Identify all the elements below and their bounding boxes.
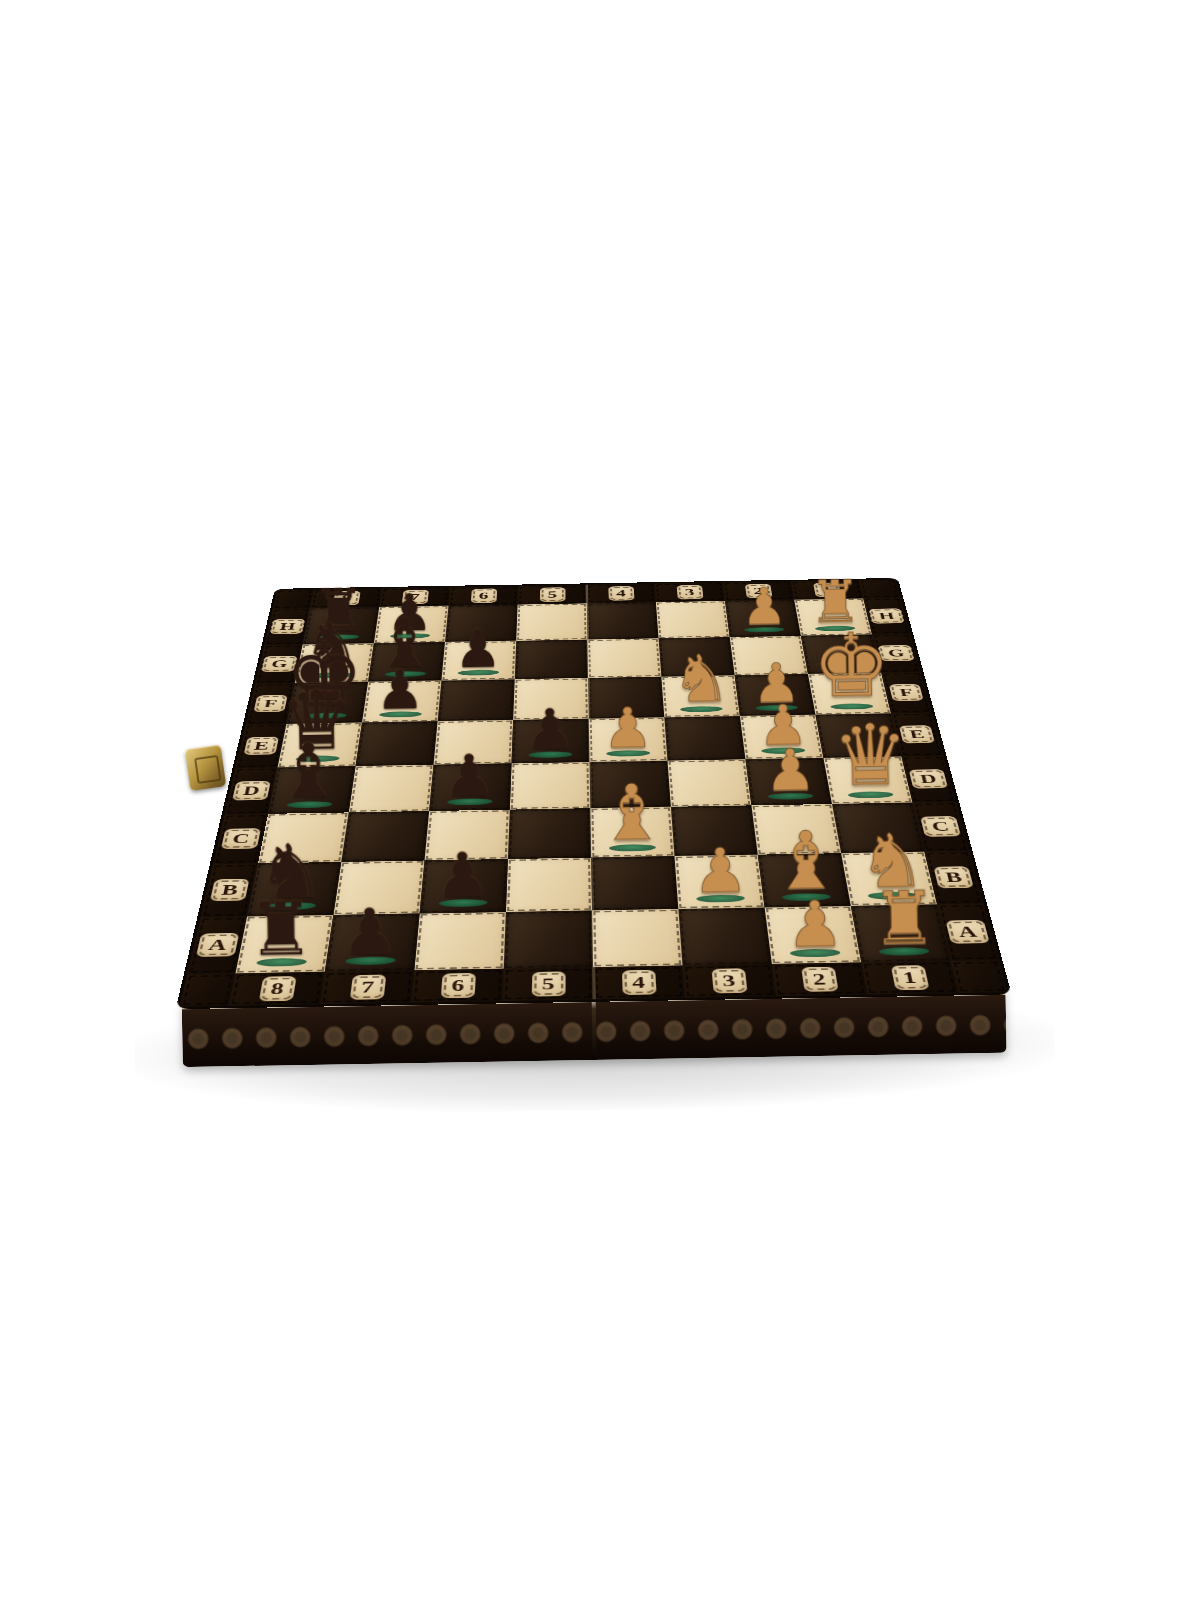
rank-label-text: 5 [539,587,565,602]
square-f6[interactable] [438,679,515,721]
square-h2[interactable]: ♟ [725,600,801,637]
square-h5[interactable] [516,603,587,640]
square-e7[interactable] [356,721,438,766]
square-b3[interactable]: ♟ [674,855,764,909]
board-border-corner [180,973,236,1006]
rank-label-near-7: 7 [320,970,414,1004]
rank-label-near-3: 3 [683,964,777,998]
square-f7[interactable]: ♟ [362,680,441,722]
square-f3[interactable]: ♞ [661,675,740,717]
square-d5[interactable] [510,762,591,810]
file-label-text: A [196,933,239,957]
file-label-text: B [933,866,974,888]
rank-label-text: 5 [531,971,565,996]
square-h3[interactable] [656,601,730,638]
file-label-left-A: A [187,916,247,974]
square-d7[interactable] [349,765,434,813]
square-a2[interactable]: ♟ [765,906,862,964]
rank-label-text: 1 [890,965,929,990]
black-pawn-a7[interactable]: ♟ [341,900,399,965]
square-d3[interactable] [667,759,751,807]
rank-label-near-5: 5 [502,967,593,1001]
rank-label-text: 6 [470,588,496,603]
board-border-corner [859,579,901,598]
file-label-text: D [232,781,271,801]
square-d6[interactable]: ♟ [429,763,511,811]
square-e3[interactable] [664,716,745,761]
square-g4[interactable] [587,638,661,678]
rank-label-text: 6 [440,973,475,998]
rank-label-near-4: 4 [593,966,685,1000]
file-label-text: C [920,816,961,837]
rank-label-near-1: 1 [861,961,958,995]
rank-label-far-6: 6 [448,586,518,606]
file-label-text: A [946,920,990,944]
rank-label-far-5: 5 [518,585,587,605]
board-border-corner [273,589,314,608]
rank-label-text: 3 [676,585,703,600]
rank-label-text: 2 [801,967,838,992]
square-a3[interactable] [678,907,772,965]
square-g5[interactable] [515,640,588,680]
white-pawn-b3[interactable]: ♟ [692,840,748,903]
white-knight-f3[interactable]: ♞ [671,646,731,713]
rank-label-text: 7 [349,975,386,1000]
square-e5[interactable]: ♟ [512,719,590,764]
square-d8[interactable]: ♝ [268,766,355,814]
black-rook-a8[interactable]: ♜ [247,892,314,966]
photo-scene: 87654321H♜♟♟♜HG♞♝♟GF♚♟♞♟♚FE♛♟♟♟ED♝♟♟♛DC♝… [77,291,1101,1109]
black-pawn-f7[interactable]: ♟ [375,663,424,718]
black-pawn-b6[interactable]: ♟ [434,844,490,907]
white-pawn-e4[interactable]: ♟ [602,700,653,757]
chess-set-product-photo: 87654321H♜♟♟♜HG♞♝♟GF♚♟♞♟♚FE♛♟♟♟ED♝♟♟♛DC♝… [0,0,1200,1600]
square-b6[interactable]: ♟ [420,859,508,913]
black-bishop-d8[interactable]: ♝ [275,733,343,808]
square-a1[interactable]: ♜ [851,904,951,962]
rank-label-text: 8 [258,976,296,1001]
white-queen-d1[interactable]: ♛ [832,713,909,799]
square-b5[interactable] [506,858,592,912]
file-label-text: C [221,828,261,849]
square-d2[interactable]: ♟ [745,758,832,805]
chess-board: 87654321H♜♟♟♜HG♞♝♟GF♚♟♞♟♚FE♛♟♟♟ED♝♟♟♛DC♝… [180,579,1008,1006]
black-pawn-g6[interactable]: ♟ [454,622,502,675]
square-c5[interactable] [508,808,591,859]
rank-label-near-2: 2 [772,962,867,996]
white-pawn-h2[interactable]: ♟ [741,581,788,633]
rank-label-near-6: 6 [411,969,503,1003]
file-label-text: F [889,684,923,701]
white-rook-a1[interactable]: ♜ [871,881,938,955]
black-pawn-e5[interactable]: ♟ [525,701,576,758]
square-a8[interactable]: ♜ [235,915,333,973]
square-c7[interactable] [341,811,429,862]
rank-label-far-3: 3 [655,582,726,602]
square-g6[interactable]: ♟ [441,641,516,681]
rank-label-near-8: 8 [229,972,325,1006]
square-h4[interactable] [587,602,659,639]
white-pawn-d2[interactable]: ♟ [764,741,817,800]
hinge-clasp [185,744,226,791]
board-border-corner [951,960,1008,993]
white-bishop-c4[interactable]: ♝ [597,774,667,852]
black-pawn-d6[interactable]: ♟ [443,747,496,806]
white-king-f1[interactable]: ♚ [812,622,891,710]
square-c4[interactable]: ♝ [590,807,674,858]
rank-label-far-4: 4 [586,584,655,604]
square-e4[interactable]: ♟ [589,717,668,762]
file-label-text: D [909,769,948,788]
square-a6[interactable] [414,912,506,970]
square-a4[interactable] [592,909,682,967]
white-pawn-a2[interactable]: ♟ [786,892,844,957]
square-a7[interactable]: ♟ [325,913,420,971]
square-a5[interactable] [504,910,593,968]
rank-label-text: 4 [621,970,656,995]
square-b4[interactable] [591,856,678,910]
file-label-text: B [209,879,249,901]
square-d1[interactable]: ♛ [823,757,912,804]
rank-label-text: 3 [711,968,747,993]
rank-label-text: 4 [608,586,634,601]
